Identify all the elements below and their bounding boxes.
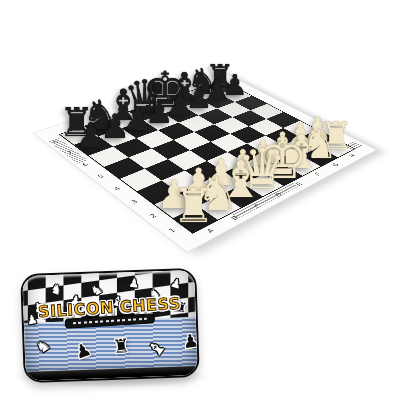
- rank-label-3: 3: [127, 198, 143, 207]
- rank-label-2: 2: [145, 212, 161, 221]
- chess-board-grid: [59, 80, 356, 234]
- tin-icon-white-pawn: ♟: [128, 277, 140, 290]
- product-photo: ABCDEFGH 87654321 ♜♞♟♝♟♚♟♛♟♝♟♞♟♜♟♟♟♟♜♟♞♟…: [0, 0, 400, 400]
- tin-box: ♟♞♟♞♝♟♞♟♜♟♞♟♜♝♟ SILICON CHESS: [20, 268, 200, 383]
- tin-lid-face: ♟♞♟♞♝♟♞♟♜♟♞♟♜♝♟ SILICON CHESS: [22, 270, 198, 381]
- board-mat: ABCDEFGH 87654321: [32, 72, 377, 253]
- tin-icon-black-pawn: ♟: [181, 331, 197, 351]
- rank-label-5: 5: [94, 173, 109, 181]
- rank-label-4: 4: [110, 185, 126, 193]
- rank-label-1: 1: [164, 226, 180, 236]
- tin-icon-black-rook: ♜: [112, 336, 131, 357]
